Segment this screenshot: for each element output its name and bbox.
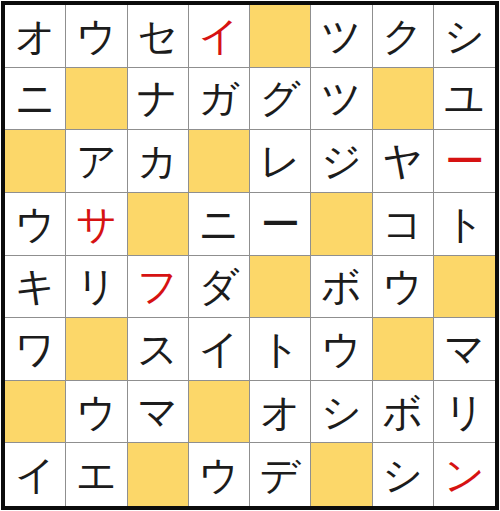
letter-cell-r4c8: ト bbox=[434, 193, 495, 256]
letter-cell-r6c8: マ bbox=[434, 318, 495, 381]
letter-cell-r4c2: サ bbox=[66, 193, 127, 256]
letter-cell-r1c1: オ bbox=[5, 5, 66, 68]
letter-cell-r5c1: キ bbox=[5, 256, 66, 319]
letter-cell-r2c1: ニ bbox=[5, 68, 66, 131]
letter-cell-r5c7: ウ bbox=[373, 256, 434, 319]
block-cell-r3c1 bbox=[5, 130, 66, 193]
letter-cell-r5c2: リ bbox=[66, 256, 127, 319]
letter-cell-r1c8: シ bbox=[434, 5, 495, 68]
letter-cell-r6c6: ウ bbox=[311, 318, 372, 381]
letter-cell-r3c7: ヤ bbox=[373, 130, 434, 193]
letter-cell-r8c1: イ bbox=[5, 443, 66, 506]
letter-cell-r2c8: ユ bbox=[434, 68, 495, 131]
letter-cell-r5c6: ボ bbox=[311, 256, 372, 319]
letter-cell-r1c3: セ bbox=[128, 5, 189, 68]
block-cell-r7c4 bbox=[189, 381, 250, 444]
letter-cell-r7c8: リ bbox=[434, 381, 495, 444]
letter-cell-r7c3: マ bbox=[128, 381, 189, 444]
block-cell-r5c8 bbox=[434, 256, 495, 319]
letter-cell-r7c5: オ bbox=[250, 381, 311, 444]
letter-cell-r4c5: ー bbox=[250, 193, 311, 256]
letter-cell-r8c7: シ bbox=[373, 443, 434, 506]
block-cell-r2c2 bbox=[66, 68, 127, 131]
letter-cell-r2c3: ナ bbox=[128, 68, 189, 131]
letter-cell-r2c4: ガ bbox=[189, 68, 250, 131]
letter-cell-r1c6: ツ bbox=[311, 5, 372, 68]
letter-cell-r7c6: シ bbox=[311, 381, 372, 444]
block-cell-r8c6 bbox=[311, 443, 372, 506]
letter-cell-r5c3: フ bbox=[128, 256, 189, 319]
block-cell-r7c1 bbox=[5, 381, 66, 444]
letter-cell-r1c7: ク bbox=[373, 5, 434, 68]
crossword-page: オウセイツクシニナガグツユアカレジヤーウサニーコトキリフダボウワスイトウマウマオ… bbox=[0, 0, 500, 511]
letter-cell-r5c4: ダ bbox=[189, 256, 250, 319]
block-cell-r2c7 bbox=[373, 68, 434, 131]
letter-cell-r2c5: グ bbox=[250, 68, 311, 131]
letter-cell-r7c2: ウ bbox=[66, 381, 127, 444]
block-cell-r4c3 bbox=[128, 193, 189, 256]
letter-cell-r8c5: デ bbox=[250, 443, 311, 506]
letter-cell-r1c2: ウ bbox=[66, 5, 127, 68]
block-cell-r1c5 bbox=[250, 5, 311, 68]
letter-cell-r4c4: ニ bbox=[189, 193, 250, 256]
letter-cell-r3c2: ア bbox=[66, 130, 127, 193]
letter-cell-r6c4: イ bbox=[189, 318, 250, 381]
block-cell-r8c3 bbox=[128, 443, 189, 506]
letter-cell-r2c6: ツ bbox=[311, 68, 372, 131]
block-cell-r6c7 bbox=[373, 318, 434, 381]
letter-cell-r3c6: ジ bbox=[311, 130, 372, 193]
letter-cell-r3c8: ー bbox=[434, 130, 495, 193]
letter-cell-r7c7: ボ bbox=[373, 381, 434, 444]
letter-cell-r8c8: ン bbox=[434, 443, 495, 506]
letter-cell-r6c5: ト bbox=[250, 318, 311, 381]
block-cell-r5c5 bbox=[250, 256, 311, 319]
letter-cell-r3c5: レ bbox=[250, 130, 311, 193]
letter-cell-r4c1: ウ bbox=[5, 193, 66, 256]
block-cell-r6c2 bbox=[66, 318, 127, 381]
letter-cell-r4c7: コ bbox=[373, 193, 434, 256]
letter-cell-r3c3: カ bbox=[128, 130, 189, 193]
letter-cell-r6c3: ス bbox=[128, 318, 189, 381]
letter-cell-r8c2: エ bbox=[66, 443, 127, 506]
block-cell-r3c4 bbox=[189, 130, 250, 193]
letter-cell-r8c4: ウ bbox=[189, 443, 250, 506]
crossword-board: オウセイツクシニナガグツユアカレジヤーウサニーコトキリフダボウワスイトウマウマオ… bbox=[1, 1, 499, 510]
letter-cell-r6c1: ワ bbox=[5, 318, 66, 381]
block-cell-r4c6 bbox=[311, 193, 372, 256]
letter-cell-r1c4: イ bbox=[189, 5, 250, 68]
